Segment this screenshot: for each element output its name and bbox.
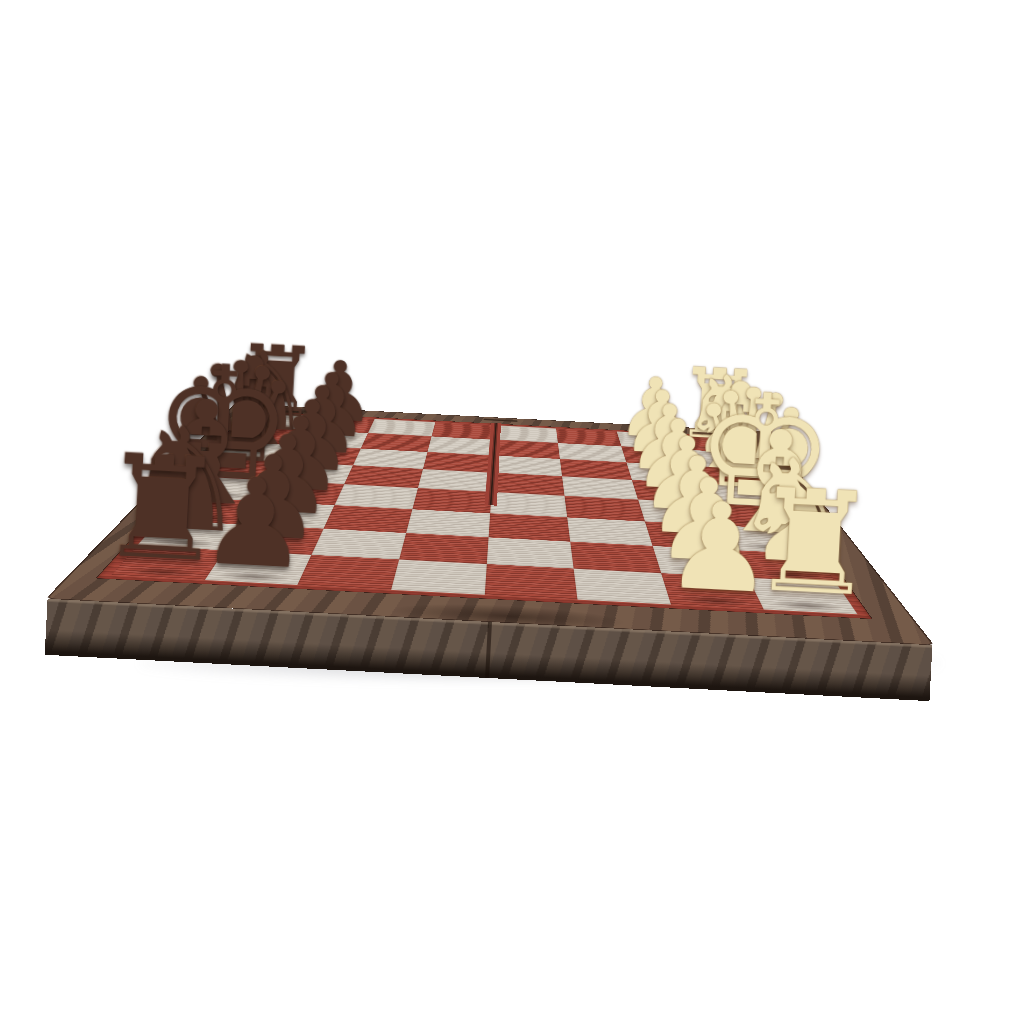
square-h3[interactable] <box>574 569 671 605</box>
square-h4[interactable] <box>484 564 577 600</box>
square-h8[interactable]: ♜ <box>111 546 224 580</box>
hinge <box>484 419 518 422</box>
piece-black-rook[interactable]: ♜ <box>96 439 230 580</box>
square-g5[interactable] <box>399 533 488 564</box>
chessboard-3d: ♜♟♟♜♞♟♟♞♝♟♟♝♛♟♟♛♚♟♟♚♝♟♟♝♞♟♟♞♜♟♟♜ <box>46 404 935 646</box>
square-h6[interactable] <box>298 555 399 590</box>
board-margin: ♜♟♟♜♞♟♟♞♝♟♟♝♛♟♟♛♚♟♟♚♝♟♟♝♞♟♟♞♜♟♟♜ <box>95 411 872 620</box>
box-side-seam <box>485 622 492 678</box>
square-h1[interactable]: ♜ <box>748 578 857 614</box>
square-e4[interactable] <box>490 492 568 517</box>
square-f5[interactable] <box>406 509 490 537</box>
square-h5[interactable] <box>391 560 486 595</box>
product-photo: ♜♟♟♜♞♟♟♞♝♟♟♝♛♟♟♛♚♟♟♚♝♟♟♝♞♟♟♞♜♟♟♜ <box>0 0 1024 1024</box>
piece-white-rook[interactable]: ♜ <box>746 473 880 614</box>
square-g6[interactable] <box>312 529 406 560</box>
square-e3[interactable] <box>565 496 645 522</box>
